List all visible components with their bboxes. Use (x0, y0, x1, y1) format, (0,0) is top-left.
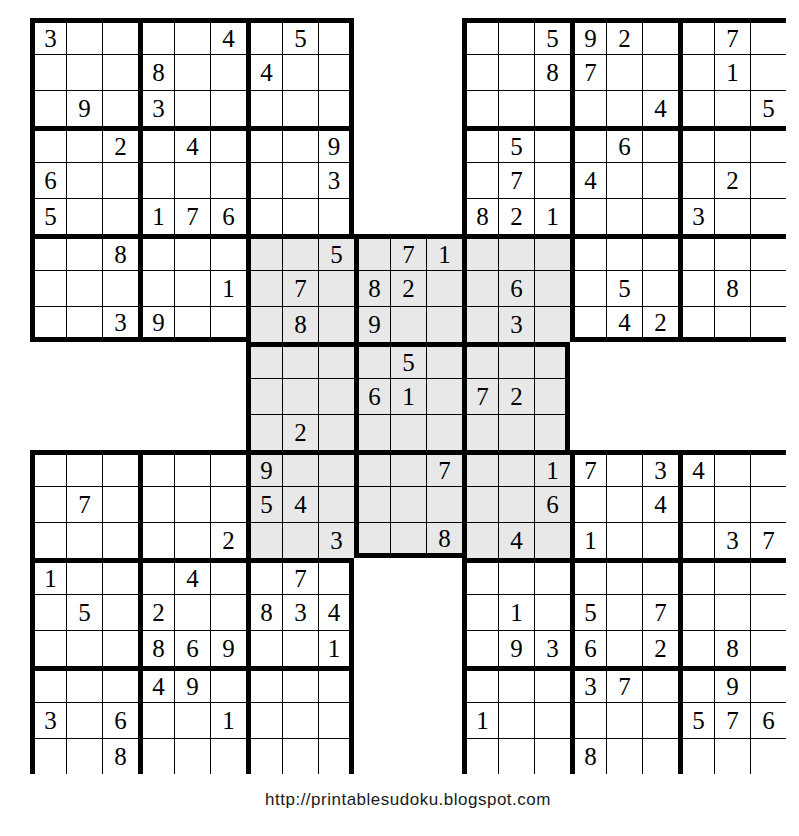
cell-r12c9-empty[interactable] (318, 414, 354, 450)
cell-r2c21-empty[interactable] (750, 54, 786, 90)
cell-r21c8-empty[interactable] (282, 738, 318, 774)
cell-r7c1-empty[interactable] (30, 234, 66, 270)
cell-r17c6-empty[interactable] (210, 594, 246, 630)
cell-r5c3-empty[interactable] (102, 162, 138, 198)
cell-r14c1-empty[interactable] (30, 486, 66, 522)
cell-r18c19-empty[interactable] (678, 630, 714, 666)
cell-r6c18-empty[interactable] (642, 198, 678, 234)
cell-r4c20-empty[interactable] (714, 126, 750, 162)
cell-r20c5-empty[interactable] (174, 702, 210, 738)
cell-r13c6-empty[interactable] (210, 450, 246, 486)
cell-r2c8-empty[interactable] (282, 54, 318, 90)
cell-r16c13-empty[interactable] (462, 558, 498, 594)
cell-r21c1-empty[interactable] (30, 738, 66, 774)
cell-r4c19-empty[interactable] (678, 126, 714, 162)
cell-r15c13-empty[interactable] (462, 522, 498, 558)
cell-r7c20-empty[interactable] (714, 234, 750, 270)
cell-r10c11-given-5: 5 (390, 342, 426, 378)
cell-r21c15-empty[interactable] (534, 738, 570, 774)
cell-r13c12-given-7: 7 (426, 450, 462, 486)
cell-r11c7-empty[interactable] (246, 378, 282, 414)
cell-r14c21-empty[interactable] (750, 486, 786, 522)
cell-r1c14-empty[interactable] (498, 18, 534, 54)
cell-r10c13-empty[interactable] (462, 342, 498, 378)
cell-r15c4-empty[interactable] (138, 522, 174, 558)
cell-r7c15-empty[interactable] (534, 234, 570, 270)
cell-r19c8-empty[interactable] (282, 666, 318, 702)
cell-r1c13-empty[interactable] (462, 18, 498, 54)
cell-r19c7-empty[interactable] (246, 666, 282, 702)
cell-r16c14-empty[interactable] (498, 558, 534, 594)
cell-r17c17-empty[interactable] (606, 594, 642, 630)
cell-r10c9-empty[interactable] (318, 342, 354, 378)
cell-r4c21-empty[interactable] (750, 126, 786, 162)
cell-r9c5-empty[interactable] (174, 306, 210, 342)
cell-r13c15-given-1: 1 (534, 450, 570, 486)
cell-r11c10-given-6: 6 (354, 378, 390, 414)
cell-r10c8-empty[interactable] (282, 342, 318, 378)
cell-r12c10-empty[interactable] (354, 414, 390, 450)
cell-r8c10-given-8: 8 (354, 270, 390, 306)
cell-r11c9-empty[interactable] (318, 378, 354, 414)
cell-r13c14-empty[interactable] (498, 450, 534, 486)
cell-r9c6-empty[interactable] (210, 306, 246, 342)
cell-r9c18-given-2: 2 (642, 306, 678, 342)
cell-r19c13-empty[interactable] (462, 666, 498, 702)
cell-r2c5-empty[interactable] (174, 54, 210, 90)
cell-r4c18-empty[interactable] (642, 126, 678, 162)
cell-r15c18-empty[interactable] (642, 522, 678, 558)
cell-r13c20-empty[interactable] (714, 450, 750, 486)
cell-r16c21-empty[interactable] (750, 558, 786, 594)
cell-r6c6-given-6: 6 (210, 198, 246, 234)
cell-r1c9-empty[interactable] (318, 18, 354, 54)
cell-r20c3-given-6: 6 (102, 702, 138, 738)
cell-r17c3-empty[interactable] (102, 594, 138, 630)
cell-r20c2-empty[interactable] (66, 702, 102, 738)
cell-r12c15-empty[interactable] (534, 414, 570, 450)
cell-r9c7-empty[interactable] (246, 306, 282, 342)
cell-r8c18-empty[interactable] (642, 270, 678, 306)
cell-r9c1-empty[interactable] (30, 306, 66, 342)
cell-r20c17-empty[interactable] (606, 702, 642, 738)
cell-r15c15-empty[interactable] (534, 522, 570, 558)
cell-r15c21-given-7: 7 (750, 522, 786, 558)
cell-r2c17-empty[interactable] (606, 54, 642, 90)
cell-r8c3-empty[interactable] (102, 270, 138, 306)
cell-r8c16-empty[interactable] (570, 270, 606, 306)
cell-r15c11-empty[interactable] (390, 522, 426, 558)
cell-r19c15-empty[interactable] (534, 666, 570, 702)
cell-r3c5-empty[interactable] (174, 90, 210, 126)
cell-r19c16-given-3: 3 (570, 666, 606, 702)
cell-r7c4-empty[interactable] (138, 234, 174, 270)
cell-r20c9-empty[interactable] (318, 702, 354, 738)
cell-r17c1-empty[interactable] (30, 594, 66, 630)
cell-r1c3-empty[interactable] (102, 18, 138, 54)
cell-r17c21-empty[interactable] (750, 594, 786, 630)
cell-r7c5-empty[interactable] (174, 234, 210, 270)
cell-r14c12-empty[interactable] (426, 486, 462, 522)
cell-r17c2-given-5: 5 (66, 594, 102, 630)
cell-r2c14-empty[interactable] (498, 54, 534, 90)
cell-r6c16-empty[interactable] (570, 198, 606, 234)
cell-r18c8-empty[interactable] (282, 630, 318, 666)
cell-r14c17-empty[interactable] (606, 486, 642, 522)
cell-r1c19-empty[interactable] (678, 18, 714, 54)
cell-r21c14-empty[interactable] (498, 738, 534, 774)
cell-r8c1-empty[interactable] (30, 270, 66, 306)
cell-r6c4-given-1: 1 (138, 198, 174, 234)
cell-r7c11-given-7: 7 (390, 234, 426, 270)
cell-r21c7-empty[interactable] (246, 738, 282, 774)
cell-r19c21-empty[interactable] (750, 666, 786, 702)
cell-r14c6-empty[interactable] (210, 486, 246, 522)
cell-r15c19-empty[interactable] (678, 522, 714, 558)
cell-r17c19-empty[interactable] (678, 594, 714, 630)
cell-r13c5-empty[interactable] (174, 450, 210, 486)
cell-r19c14-empty[interactable] (498, 666, 534, 702)
cell-r16c15-empty[interactable] (534, 558, 570, 594)
cell-r3c21-given-5: 5 (750, 90, 786, 126)
cell-r11c8-empty[interactable] (282, 378, 318, 414)
cell-r6c1-given-5: 5 (30, 198, 66, 234)
cell-r2c2-empty[interactable] (66, 54, 102, 90)
cell-r11c12-empty[interactable] (426, 378, 462, 414)
cell-r6c21-empty[interactable] (750, 198, 786, 234)
cell-r14c3-empty[interactable] (102, 486, 138, 522)
cell-r4c9-given-9: 9 (318, 126, 354, 162)
cell-r13c10-empty[interactable] (354, 450, 390, 486)
cell-r9c9-empty[interactable] (318, 306, 354, 342)
cell-r13c7-given-9: 9 (246, 450, 282, 486)
cell-r20c6-given-1: 1 (210, 702, 246, 738)
cell-r17c15-empty[interactable] (534, 594, 570, 630)
cell-r12c13-empty[interactable] (462, 414, 498, 450)
cell-r18c13-empty[interactable] (462, 630, 498, 666)
cell-r8c2-empty[interactable] (66, 270, 102, 306)
cell-r17c18-given-7: 7 (642, 594, 678, 630)
cell-r4c2-empty[interactable] (66, 126, 102, 162)
cell-r20c21-given-6: 6 (750, 702, 786, 738)
cell-r4c16-empty[interactable] (570, 126, 606, 162)
cell-r3c4-given-3: 3 (138, 90, 174, 126)
cell-r16c19-empty[interactable] (678, 558, 714, 594)
cell-r6c19-given-3: 3 (678, 198, 714, 234)
cell-r7c16-empty[interactable] (570, 234, 606, 270)
cell-r3c3-empty[interactable] (102, 90, 138, 126)
cell-r1c21-empty[interactable] (750, 18, 786, 54)
cell-r19c9-empty[interactable] (318, 666, 354, 702)
cell-r16c17-empty[interactable] (606, 558, 642, 594)
cell-r7c14-empty[interactable] (498, 234, 534, 270)
cell-r14c2-given-7: 7 (66, 486, 102, 522)
cell-r20c15-empty[interactable] (534, 702, 570, 738)
cell-r2c19-empty[interactable] (678, 54, 714, 90)
cell-r19c6-empty[interactable] (210, 666, 246, 702)
cell-r3c20-empty[interactable] (714, 90, 750, 126)
cell-r10c12-empty[interactable] (426, 342, 462, 378)
cell-r21c2-empty[interactable] (66, 738, 102, 774)
cell-r14c20-empty[interactable] (714, 486, 750, 522)
cell-r5c17-empty[interactable] (606, 162, 642, 198)
cell-r21c20-empty[interactable] (714, 738, 750, 774)
cell-r13c9-empty[interactable] (318, 450, 354, 486)
cell-r18c17-empty[interactable] (606, 630, 642, 666)
cell-r1c4-empty[interactable] (138, 18, 174, 54)
cell-r4c6-empty[interactable] (210, 126, 246, 162)
cell-r14c13-empty[interactable] (462, 486, 498, 522)
cell-r18c7-empty[interactable] (246, 630, 282, 666)
cell-r13c3-empty[interactable] (102, 450, 138, 486)
cell-r5c8-empty[interactable] (282, 162, 318, 198)
cell-r16c18-empty[interactable] (642, 558, 678, 594)
cell-r1c2-empty[interactable] (66, 18, 102, 54)
cell-r15c10-empty[interactable] (354, 522, 390, 558)
cell-r15c7-empty[interactable] (246, 522, 282, 558)
cell-r3c19-empty[interactable] (678, 90, 714, 126)
cell-r18c21-empty[interactable] (750, 630, 786, 666)
cell-r19c19-empty[interactable] (678, 666, 714, 702)
cell-r18c4-given-8: 8 (138, 630, 174, 666)
cell-r12c14-empty[interactable] (498, 414, 534, 450)
cell-r10c14-empty[interactable] (498, 342, 534, 378)
cell-r10c10-empty[interactable] (354, 342, 390, 378)
cell-r21c17-empty[interactable] (606, 738, 642, 774)
cell-r8c9-empty[interactable] (318, 270, 354, 306)
cell-r6c9-empty[interactable] (318, 198, 354, 234)
cell-r2c3-empty[interactable] (102, 54, 138, 90)
cell-r1c7-empty[interactable] (246, 18, 282, 54)
cell-r5c4-empty[interactable] (138, 162, 174, 198)
cell-r7c10-empty[interactable] (354, 234, 390, 270)
cell-r6c17-empty[interactable] (606, 198, 642, 234)
cell-r3c1-empty[interactable] (30, 90, 66, 126)
cell-r5c7-empty[interactable] (246, 162, 282, 198)
cell-r21c18-empty[interactable] (642, 738, 678, 774)
cell-r6c20-empty[interactable] (714, 198, 750, 234)
cell-r5c16-given-4: 4 (570, 162, 606, 198)
cell-r8c21-empty[interactable] (750, 270, 786, 306)
cell-r17c5-empty[interactable] (174, 594, 210, 630)
cell-r3c8-empty[interactable] (282, 90, 318, 126)
cell-r8c12-empty[interactable] (426, 270, 462, 306)
cell-r14c11-empty[interactable] (390, 486, 426, 522)
cell-r13c13-empty[interactable] (462, 450, 498, 486)
cell-r13c8-empty[interactable] (282, 450, 318, 486)
cell-r3c13-empty[interactable] (462, 90, 498, 126)
cell-r11c14-given-2: 2 (498, 378, 534, 414)
cell-r14c10-empty[interactable] (354, 486, 390, 522)
cell-r21c21-empty[interactable] (750, 738, 786, 774)
cell-r21c9-empty[interactable] (318, 738, 354, 774)
cell-r16c2-empty[interactable] (66, 558, 102, 594)
cell-r20c16-empty[interactable] (570, 702, 606, 738)
cell-r18c1-empty[interactable] (30, 630, 66, 666)
cell-r8c7-empty[interactable] (246, 270, 282, 306)
cell-r15c1-empty[interactable] (30, 522, 66, 558)
cell-r2c13-empty[interactable] (462, 54, 498, 90)
cell-r9c2-empty[interactable] (66, 306, 102, 342)
cell-r16c3-empty[interactable] (102, 558, 138, 594)
cell-r2c7-given-4: 4 (246, 54, 282, 90)
cell-r10c7-empty[interactable] (246, 342, 282, 378)
cell-r5c14-given-7: 7 (498, 162, 534, 198)
cell-r21c19-empty[interactable] (678, 738, 714, 774)
cell-r3c6-empty[interactable] (210, 90, 246, 126)
cell-r5c6-empty[interactable] (210, 162, 246, 198)
cell-r4c15-empty[interactable] (534, 126, 570, 162)
cell-r9c15-empty[interactable] (534, 306, 570, 342)
cell-r2c9-empty[interactable] (318, 54, 354, 90)
cell-r15c3-empty[interactable] (102, 522, 138, 558)
cell-r14c19-empty[interactable] (678, 486, 714, 522)
cell-r20c8-empty[interactable] (282, 702, 318, 738)
cell-r4c8-empty[interactable] (282, 126, 318, 162)
cell-r9c8-given-8: 8 (282, 306, 318, 342)
cell-r17c13-empty[interactable] (462, 594, 498, 630)
cell-r15c17-empty[interactable] (606, 522, 642, 558)
cell-r16c16-empty[interactable] (570, 558, 606, 594)
cell-r14c15-given-6: 6 (534, 486, 570, 522)
cell-r21c6-empty[interactable] (210, 738, 246, 774)
cell-r7c7-empty[interactable] (246, 234, 282, 270)
cell-r14c4-empty[interactable] (138, 486, 174, 522)
cell-r3c7-empty[interactable] (246, 90, 282, 126)
cell-r20c4-empty[interactable] (138, 702, 174, 738)
cell-r12c12-empty[interactable] (426, 414, 462, 450)
cell-r1c17-given-2: 2 (606, 18, 642, 54)
cell-r4c7-empty[interactable] (246, 126, 282, 162)
cell-r15c20-given-3: 3 (714, 522, 750, 558)
cell-r9c21-empty[interactable] (750, 306, 786, 342)
cell-r19c1-empty[interactable] (30, 666, 66, 702)
cell-r5c19-empty[interactable] (678, 162, 714, 198)
cell-r5c18-empty[interactable] (642, 162, 678, 198)
cell-r8c5-empty[interactable] (174, 270, 210, 306)
cell-r1c8-given-5: 5 (282, 18, 318, 54)
cell-r15c5-empty[interactable] (174, 522, 210, 558)
cell-r15c8-empty[interactable] (282, 522, 318, 558)
cell-r7c17-empty[interactable] (606, 234, 642, 270)
cell-r21c13-empty[interactable] (462, 738, 498, 774)
cell-r4c4-empty[interactable] (138, 126, 174, 162)
cell-r3c2-given-9: 9 (66, 90, 102, 126)
cell-r2c18-empty[interactable] (642, 54, 678, 90)
cell-r8c15-empty[interactable] (534, 270, 570, 306)
cell-r2c1-empty[interactable] (30, 54, 66, 90)
cell-r19c4-given-4: 4 (138, 666, 174, 702)
cell-r9c13-empty[interactable] (462, 306, 498, 342)
cell-r20c13-given-1: 1 (462, 702, 498, 738)
cell-r15c16-given-1: 1 (570, 522, 606, 558)
cell-r8c4-empty[interactable] (138, 270, 174, 306)
cell-r3c9-empty[interactable] (318, 90, 354, 126)
cell-r14c16-empty[interactable] (570, 486, 606, 522)
cell-r5c13-empty[interactable] (462, 162, 498, 198)
cell-r3c16-empty[interactable] (570, 90, 606, 126)
cell-r18c6-given-9: 9 (210, 630, 246, 666)
cell-r17c20-empty[interactable] (714, 594, 750, 630)
cell-r15c2-empty[interactable] (66, 522, 102, 558)
cell-r16c6-empty[interactable] (210, 558, 246, 594)
cell-r13c16-given-7: 7 (570, 450, 606, 486)
cell-r12c7-empty[interactable] (246, 414, 282, 450)
cell-r18c2-empty[interactable] (66, 630, 102, 666)
cell-r5c2-empty[interactable] (66, 162, 102, 198)
cell-r3c14-empty[interactable] (498, 90, 534, 126)
cell-r3c17-empty[interactable] (606, 90, 642, 126)
cell-r13c11-empty[interactable] (390, 450, 426, 486)
cell-r21c4-empty[interactable] (138, 738, 174, 774)
cell-r5c21-empty[interactable] (750, 162, 786, 198)
cell-r5c5-empty[interactable] (174, 162, 210, 198)
cell-r6c3-empty[interactable] (102, 198, 138, 234)
cell-r7c18-empty[interactable] (642, 234, 678, 270)
cell-r13c21-empty[interactable] (750, 450, 786, 486)
cell-r2c6-empty[interactable] (210, 54, 246, 90)
cell-r12c11-empty[interactable] (390, 414, 426, 450)
cell-r1c18-empty[interactable] (642, 18, 678, 54)
cell-r9c16-empty[interactable] (570, 306, 606, 342)
cell-r9c20-empty[interactable] (714, 306, 750, 342)
cell-r7c2-empty[interactable] (66, 234, 102, 270)
cell-r13c2-empty[interactable] (66, 450, 102, 486)
cell-r19c2-empty[interactable] (66, 666, 102, 702)
cell-r19c18-empty[interactable] (642, 666, 678, 702)
cell-r6c8-empty[interactable] (282, 198, 318, 234)
cell-r7c21-empty[interactable] (750, 234, 786, 270)
cell-r8c13-empty[interactable] (462, 270, 498, 306)
cell-r1c5-empty[interactable] (174, 18, 210, 54)
cell-r6c2-empty[interactable] (66, 198, 102, 234)
cell-r7c6-empty[interactable] (210, 234, 246, 270)
cell-r16c9-empty[interactable] (318, 558, 354, 594)
cell-r4c1-empty[interactable] (30, 126, 66, 162)
cell-r20c14-empty[interactable] (498, 702, 534, 738)
cell-r16c7-empty[interactable] (246, 558, 282, 594)
cell-r7c19-empty[interactable] (678, 234, 714, 270)
cell-r9c12-empty[interactable] (426, 306, 462, 342)
cell-r18c3-empty[interactable] (102, 630, 138, 666)
cell-r21c5-empty[interactable] (174, 738, 210, 774)
cell-r13c4-empty[interactable] (138, 450, 174, 486)
cell-r7c8-empty[interactable] (282, 234, 318, 270)
cell-r5c15-empty[interactable] (534, 162, 570, 198)
cell-r8c17-given-5: 5 (606, 270, 642, 306)
cell-r7c13-empty[interactable] (462, 234, 498, 270)
cell-r13c1-empty[interactable] (30, 450, 66, 486)
cell-r8c19-empty[interactable] (678, 270, 714, 306)
cell-r16c20-empty[interactable] (714, 558, 750, 594)
cell-r20c7-empty[interactable] (246, 702, 282, 738)
cell-r3c15-empty[interactable] (534, 90, 570, 126)
cell-r6c7-empty[interactable] (246, 198, 282, 234)
cell-r19c3-empty[interactable] (102, 666, 138, 702)
cell-r6c14-given-2: 2 (498, 198, 534, 234)
cell-r14c9-empty[interactable] (318, 486, 354, 522)
cell-r10c15-empty[interactable] (534, 342, 570, 378)
cell-r16c4-empty[interactable] (138, 558, 174, 594)
cell-r14c5-empty[interactable] (174, 486, 210, 522)
cell-r14c14-empty[interactable] (498, 486, 534, 522)
cell-r9c19-empty[interactable] (678, 306, 714, 342)
cell-r9c11-empty[interactable] (390, 306, 426, 342)
cell-r13c17-empty[interactable] (606, 450, 642, 486)
cell-r4c13-empty[interactable] (462, 126, 498, 162)
cell-r20c18-empty[interactable] (642, 702, 678, 738)
cell-r11c15-empty[interactable] (534, 378, 570, 414)
